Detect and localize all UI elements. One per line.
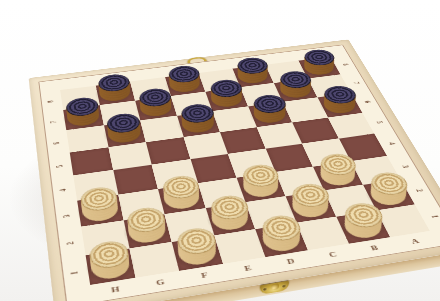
photo-stage: HGFEDCBA1122334455667788 [0, 0, 440, 301]
latch-knob-icon [270, 283, 278, 290]
file-label-b: B [352, 241, 397, 255]
file-label-h: H [92, 282, 139, 297]
file-label-g: G [137, 275, 183, 290]
file-label-f: F [181, 268, 227, 283]
latch-screw-icon [282, 285, 285, 288]
file-label-c: C [310, 247, 355, 261]
checkers-board: HGFEDCBA1122334455667788 [29, 39, 440, 301]
scene: HGFEDCBA1122334455667788 [0, 0, 440, 301]
file-label-a: A [393, 234, 438, 248]
latch-screw-icon [263, 288, 266, 291]
file-label-d: D [268, 254, 313, 269]
file-label-e: E [225, 261, 271, 276]
brass-latch-icon [260, 281, 290, 295]
